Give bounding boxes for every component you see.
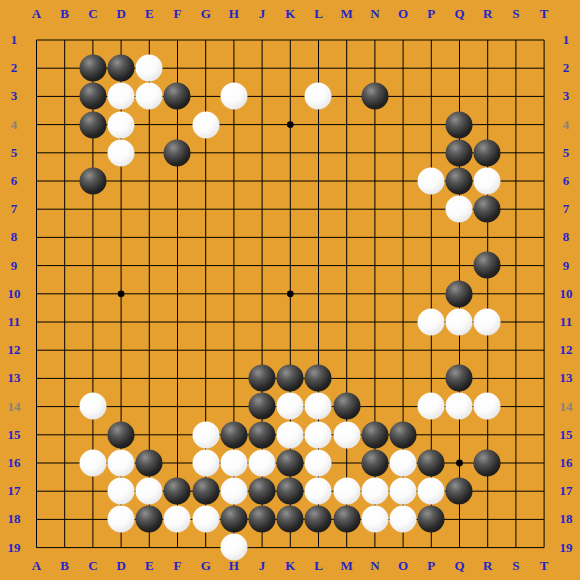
intersection-T3[interactable]	[530, 82, 558, 110]
intersection-D9[interactable]	[107, 251, 135, 279]
intersection-N16[interactable]	[361, 449, 389, 477]
intersection-J9[interactable]	[248, 251, 276, 279]
intersection-Q17[interactable]	[445, 477, 473, 505]
intersection-Q16[interactable]	[445, 449, 473, 477]
intersection-F5[interactable]	[163, 139, 191, 167]
intersection-F10[interactable]	[163, 280, 191, 308]
intersection-K9[interactable]	[276, 251, 304, 279]
intersection-P2[interactable]	[417, 54, 445, 82]
intersection-L17[interactable]	[304, 477, 332, 505]
intersection-E3[interactable]	[135, 82, 163, 110]
intersection-P13[interactable]	[417, 364, 445, 392]
intersection-L4[interactable]	[304, 110, 332, 138]
intersection-K7[interactable]	[276, 195, 304, 223]
intersection-N14[interactable]	[361, 392, 389, 420]
intersection-H2[interactable]	[220, 54, 248, 82]
intersection-A9[interactable]	[22, 251, 50, 279]
intersection-M13[interactable]	[332, 364, 360, 392]
intersection-O16[interactable]	[389, 449, 417, 477]
intersection-F1[interactable]	[163, 26, 191, 54]
intersection-K16[interactable]	[276, 449, 304, 477]
intersection-E1[interactable]	[135, 26, 163, 54]
intersection-M2[interactable]	[332, 54, 360, 82]
intersection-S5[interactable]	[502, 139, 530, 167]
intersection-F7[interactable]	[163, 195, 191, 223]
intersection-K11[interactable]	[276, 308, 304, 336]
intersection-O5[interactable]	[389, 139, 417, 167]
intersection-N1[interactable]	[361, 26, 389, 54]
intersection-K18[interactable]	[276, 505, 304, 533]
intersection-F2[interactable]	[163, 54, 191, 82]
intersection-P1[interactable]	[417, 26, 445, 54]
intersection-G16[interactable]	[192, 449, 220, 477]
intersection-Q15[interactable]	[445, 421, 473, 449]
intersection-R16[interactable]	[473, 449, 501, 477]
intersection-E8[interactable]	[135, 223, 163, 251]
intersection-J5[interactable]	[248, 139, 276, 167]
intersection-K15[interactable]	[276, 421, 304, 449]
intersection-O7[interactable]	[389, 195, 417, 223]
intersection-E4[interactable]	[135, 110, 163, 138]
intersection-L7[interactable]	[304, 195, 332, 223]
intersection-T16[interactable]	[530, 449, 558, 477]
intersection-S13[interactable]	[502, 364, 530, 392]
intersection-O18[interactable]	[389, 505, 417, 533]
intersection-E9[interactable]	[135, 251, 163, 279]
intersection-O13[interactable]	[389, 364, 417, 392]
intersection-G15[interactable]	[192, 421, 220, 449]
intersection-K2[interactable]	[276, 54, 304, 82]
intersection-B4[interactable]	[51, 110, 79, 138]
intersection-R2[interactable]	[473, 54, 501, 82]
intersection-J17[interactable]	[248, 477, 276, 505]
intersection-P9[interactable]	[417, 251, 445, 279]
intersection-L1[interactable]	[304, 26, 332, 54]
intersection-J11[interactable]	[248, 308, 276, 336]
intersection-R12[interactable]	[473, 336, 501, 364]
intersection-J16[interactable]	[248, 449, 276, 477]
intersection-F6[interactable]	[163, 167, 191, 195]
intersection-T15[interactable]	[530, 421, 558, 449]
intersection-O1[interactable]	[389, 26, 417, 54]
intersection-B8[interactable]	[51, 223, 79, 251]
intersection-O14[interactable]	[389, 392, 417, 420]
intersection-T6[interactable]	[530, 167, 558, 195]
intersection-O4[interactable]	[389, 110, 417, 138]
intersection-B15[interactable]	[51, 421, 79, 449]
intersection-K12[interactable]	[276, 336, 304, 364]
intersection-L13[interactable]	[304, 364, 332, 392]
intersection-T7[interactable]	[530, 195, 558, 223]
intersection-H14[interactable]	[220, 392, 248, 420]
intersection-K3[interactable]	[276, 82, 304, 110]
intersection-J2[interactable]	[248, 54, 276, 82]
intersection-T5[interactable]	[530, 139, 558, 167]
intersection-M11[interactable]	[332, 308, 360, 336]
intersection-Q4[interactable]	[445, 110, 473, 138]
intersection-T8[interactable]	[530, 223, 558, 251]
intersection-S14[interactable]	[502, 392, 530, 420]
intersection-L14[interactable]	[304, 392, 332, 420]
intersection-P17[interactable]	[417, 477, 445, 505]
intersection-F18[interactable]	[163, 505, 191, 533]
intersection-S3[interactable]	[502, 82, 530, 110]
intersection-E5[interactable]	[135, 139, 163, 167]
intersection-N9[interactable]	[361, 251, 389, 279]
intersection-J13[interactable]	[248, 364, 276, 392]
intersection-R5[interactable]	[473, 139, 501, 167]
intersection-E16[interactable]	[135, 449, 163, 477]
intersection-T11[interactable]	[530, 308, 558, 336]
intersection-Q9[interactable]	[445, 251, 473, 279]
intersection-K10[interactable]	[276, 280, 304, 308]
intersection-T12[interactable]	[530, 336, 558, 364]
intersection-D8[interactable]	[107, 223, 135, 251]
intersection-D5[interactable]	[107, 139, 135, 167]
intersection-A17[interactable]	[22, 477, 50, 505]
intersection-A13[interactable]	[22, 364, 50, 392]
intersection-F14[interactable]	[163, 392, 191, 420]
intersection-S17[interactable]	[502, 477, 530, 505]
intersection-C2[interactable]	[79, 54, 107, 82]
intersection-D14[interactable]	[107, 392, 135, 420]
intersection-Q11[interactable]	[445, 308, 473, 336]
intersection-R3[interactable]	[473, 82, 501, 110]
intersection-R11[interactable]	[473, 308, 501, 336]
intersection-N13[interactable]	[361, 364, 389, 392]
intersection-L9[interactable]	[304, 251, 332, 279]
intersection-P4[interactable]	[417, 110, 445, 138]
intersection-M18[interactable]	[332, 505, 360, 533]
intersection-N2[interactable]	[361, 54, 389, 82]
intersection-J14[interactable]	[248, 392, 276, 420]
intersection-E2[interactable]	[135, 54, 163, 82]
intersection-P11[interactable]	[417, 308, 445, 336]
intersection-O12[interactable]	[389, 336, 417, 364]
intersection-E6[interactable]	[135, 167, 163, 195]
intersection-H10[interactable]	[220, 280, 248, 308]
intersection-Q13[interactable]	[445, 364, 473, 392]
intersection-P18[interactable]	[417, 505, 445, 533]
intersection-J10[interactable]	[248, 280, 276, 308]
intersection-L18[interactable]	[304, 505, 332, 533]
intersection-S6[interactable]	[502, 167, 530, 195]
intersection-C1[interactable]	[79, 26, 107, 54]
intersection-P6[interactable]	[417, 167, 445, 195]
intersection-B12[interactable]	[51, 336, 79, 364]
intersection-O17[interactable]	[389, 477, 417, 505]
intersection-K6[interactable]	[276, 167, 304, 195]
intersection-C13[interactable]	[79, 364, 107, 392]
intersection-E17[interactable]	[135, 477, 163, 505]
intersection-C9[interactable]	[79, 251, 107, 279]
intersection-D16[interactable]	[107, 449, 135, 477]
intersection-S2[interactable]	[502, 54, 530, 82]
intersection-P15[interactable]	[417, 421, 445, 449]
intersection-P5[interactable]	[417, 139, 445, 167]
intersection-D17[interactable]	[107, 477, 135, 505]
intersection-B17[interactable]	[51, 477, 79, 505]
intersection-F15[interactable]	[163, 421, 191, 449]
intersection-L5[interactable]	[304, 139, 332, 167]
intersection-N7[interactable]	[361, 195, 389, 223]
intersection-H17[interactable]	[220, 477, 248, 505]
intersection-R14[interactable]	[473, 392, 501, 420]
intersection-H13[interactable]	[220, 364, 248, 392]
intersection-J18[interactable]	[248, 505, 276, 533]
intersection-Q3[interactable]	[445, 82, 473, 110]
intersection-H7[interactable]	[220, 195, 248, 223]
intersection-O9[interactable]	[389, 251, 417, 279]
intersection-O3[interactable]	[389, 82, 417, 110]
intersection-K13[interactable]	[276, 364, 304, 392]
intersection-A18[interactable]	[22, 505, 50, 533]
intersection-K5[interactable]	[276, 139, 304, 167]
intersection-N10[interactable]	[361, 280, 389, 308]
intersection-H16[interactable]	[220, 449, 248, 477]
intersection-C18[interactable]	[79, 505, 107, 533]
intersection-D3[interactable]	[107, 82, 135, 110]
intersection-H11[interactable]	[220, 308, 248, 336]
intersection-C17[interactable]	[79, 477, 107, 505]
intersection-O2[interactable]	[389, 54, 417, 82]
intersection-P7[interactable]	[417, 195, 445, 223]
intersection-H4[interactable]	[220, 110, 248, 138]
intersection-P12[interactable]	[417, 336, 445, 364]
intersection-F11[interactable]	[163, 308, 191, 336]
intersection-L6[interactable]	[304, 167, 332, 195]
intersection-R8[interactable]	[473, 223, 501, 251]
intersection-G17[interactable]	[192, 477, 220, 505]
intersection-B9[interactable]	[51, 251, 79, 279]
intersection-Q1[interactable]	[445, 26, 473, 54]
intersection-D12[interactable]	[107, 336, 135, 364]
intersection-D11[interactable]	[107, 308, 135, 336]
intersection-B3[interactable]	[51, 82, 79, 110]
intersection-A1[interactable]	[22, 26, 50, 54]
intersection-B6[interactable]	[51, 167, 79, 195]
intersection-B18[interactable]	[51, 505, 79, 533]
intersection-S10[interactable]	[502, 280, 530, 308]
intersection-M5[interactable]	[332, 139, 360, 167]
intersection-E13[interactable]	[135, 364, 163, 392]
intersection-O8[interactable]	[389, 223, 417, 251]
intersection-T2[interactable]	[530, 54, 558, 82]
intersection-N11[interactable]	[361, 308, 389, 336]
intersection-P16[interactable]	[417, 449, 445, 477]
intersection-H15[interactable]	[220, 421, 248, 449]
intersection-R10[interactable]	[473, 280, 501, 308]
intersection-T17[interactable]	[530, 477, 558, 505]
intersection-R18[interactable]	[473, 505, 501, 533]
intersection-L8[interactable]	[304, 223, 332, 251]
intersection-F16[interactable]	[163, 449, 191, 477]
intersection-B16[interactable]	[51, 449, 79, 477]
intersection-M15[interactable]	[332, 421, 360, 449]
intersection-M8[interactable]	[332, 223, 360, 251]
intersection-C12[interactable]	[79, 336, 107, 364]
intersection-B7[interactable]	[51, 195, 79, 223]
intersection-B14[interactable]	[51, 392, 79, 420]
intersection-G10[interactable]	[192, 280, 220, 308]
intersection-C14[interactable]	[79, 392, 107, 420]
intersection-L10[interactable]	[304, 280, 332, 308]
intersection-D13[interactable]	[107, 364, 135, 392]
intersection-A11[interactable]	[22, 308, 50, 336]
intersection-G14[interactable]	[192, 392, 220, 420]
intersection-D10[interactable]	[107, 280, 135, 308]
intersection-O11[interactable]	[389, 308, 417, 336]
intersection-T18[interactable]	[530, 505, 558, 533]
intersection-C7[interactable]	[79, 195, 107, 223]
intersection-S9[interactable]	[502, 251, 530, 279]
intersection-Q18[interactable]	[445, 505, 473, 533]
intersection-Q6[interactable]	[445, 167, 473, 195]
intersection-G4[interactable]	[192, 110, 220, 138]
intersection-K17[interactable]	[276, 477, 304, 505]
intersection-S16[interactable]	[502, 449, 530, 477]
intersection-T9[interactable]	[530, 251, 558, 279]
intersection-B13[interactable]	[51, 364, 79, 392]
intersection-E7[interactable]	[135, 195, 163, 223]
intersection-H8[interactable]	[220, 223, 248, 251]
intersection-C15[interactable]	[79, 421, 107, 449]
intersection-B1[interactable]	[51, 26, 79, 54]
intersection-L3[interactable]	[304, 82, 332, 110]
intersection-R4[interactable]	[473, 110, 501, 138]
intersection-G3[interactable]	[192, 82, 220, 110]
intersection-H3[interactable]	[220, 82, 248, 110]
intersection-D4[interactable]	[107, 110, 135, 138]
intersection-C4[interactable]	[79, 110, 107, 138]
intersection-Q7[interactable]	[445, 195, 473, 223]
intersection-R13[interactable]	[473, 364, 501, 392]
intersection-Q2[interactable]	[445, 54, 473, 82]
intersection-A14[interactable]	[22, 392, 50, 420]
intersection-Q5[interactable]	[445, 139, 473, 167]
intersection-T1[interactable]	[530, 26, 558, 54]
intersection-G8[interactable]	[192, 223, 220, 251]
intersection-G13[interactable]	[192, 364, 220, 392]
intersection-A10[interactable]	[22, 280, 50, 308]
intersection-J15[interactable]	[248, 421, 276, 449]
intersection-C8[interactable]	[79, 223, 107, 251]
intersection-H6[interactable]	[220, 167, 248, 195]
intersection-G2[interactable]	[192, 54, 220, 82]
intersection-A2[interactable]	[22, 54, 50, 82]
intersection-M9[interactable]	[332, 251, 360, 279]
intersection-A8[interactable]	[22, 223, 50, 251]
intersection-O15[interactable]	[389, 421, 417, 449]
intersection-J4[interactable]	[248, 110, 276, 138]
intersection-F13[interactable]	[163, 364, 191, 392]
intersection-A12[interactable]	[22, 336, 50, 364]
intersection-Q14[interactable]	[445, 392, 473, 420]
intersection-G1[interactable]	[192, 26, 220, 54]
intersection-K8[interactable]	[276, 223, 304, 251]
intersection-P3[interactable]	[417, 82, 445, 110]
intersection-C10[interactable]	[79, 280, 107, 308]
intersection-M6[interactable]	[332, 167, 360, 195]
intersection-S4[interactable]	[502, 110, 530, 138]
intersection-T10[interactable]	[530, 280, 558, 308]
intersection-M1[interactable]	[332, 26, 360, 54]
intersection-B10[interactable]	[51, 280, 79, 308]
intersection-E11[interactable]	[135, 308, 163, 336]
intersection-N17[interactable]	[361, 477, 389, 505]
intersection-A15[interactable]	[22, 421, 50, 449]
intersection-A6[interactable]	[22, 167, 50, 195]
intersection-N12[interactable]	[361, 336, 389, 364]
intersection-S1[interactable]	[502, 26, 530, 54]
intersection-N8[interactable]	[361, 223, 389, 251]
intersection-A16[interactable]	[22, 449, 50, 477]
intersection-H5[interactable]	[220, 139, 248, 167]
intersection-D18[interactable]	[107, 505, 135, 533]
intersection-P8[interactable]	[417, 223, 445, 251]
intersection-E14[interactable]	[135, 392, 163, 420]
intersection-L16[interactable]	[304, 449, 332, 477]
intersection-R15[interactable]	[473, 421, 501, 449]
intersection-B11[interactable]	[51, 308, 79, 336]
intersection-L11[interactable]	[304, 308, 332, 336]
intersection-L12[interactable]	[304, 336, 332, 364]
intersection-G9[interactable]	[192, 251, 220, 279]
intersection-A7[interactable]	[22, 195, 50, 223]
intersection-E15[interactable]	[135, 421, 163, 449]
intersection-M4[interactable]	[332, 110, 360, 138]
intersection-T13[interactable]	[530, 364, 558, 392]
intersection-R6[interactable]	[473, 167, 501, 195]
intersection-E12[interactable]	[135, 336, 163, 364]
intersection-J6[interactable]	[248, 167, 276, 195]
intersection-K1[interactable]	[276, 26, 304, 54]
intersection-D2[interactable]	[107, 54, 135, 82]
intersection-F8[interactable]	[163, 223, 191, 251]
intersection-E18[interactable]	[135, 505, 163, 533]
intersection-G6[interactable]	[192, 167, 220, 195]
intersection-M16[interactable]	[332, 449, 360, 477]
intersection-H18[interactable]	[220, 505, 248, 533]
intersection-S7[interactable]	[502, 195, 530, 223]
intersection-Q8[interactable]	[445, 223, 473, 251]
intersection-J3[interactable]	[248, 82, 276, 110]
intersection-M7[interactable]	[332, 195, 360, 223]
intersection-R1[interactable]	[473, 26, 501, 54]
intersection-S8[interactable]	[502, 223, 530, 251]
intersection-C3[interactable]	[79, 82, 107, 110]
intersection-S18[interactable]	[502, 505, 530, 533]
intersection-B2[interactable]	[51, 54, 79, 82]
intersection-M3[interactable]	[332, 82, 360, 110]
intersection-N3[interactable]	[361, 82, 389, 110]
intersection-B5[interactable]	[51, 139, 79, 167]
intersection-G7[interactable]	[192, 195, 220, 223]
intersection-C16[interactable]	[79, 449, 107, 477]
intersection-R17[interactable]	[473, 477, 501, 505]
intersection-O10[interactable]	[389, 280, 417, 308]
intersection-M10[interactable]	[332, 280, 360, 308]
intersection-R7[interactable]	[473, 195, 501, 223]
intersection-H12[interactable]	[220, 336, 248, 364]
intersection-Q10[interactable]	[445, 280, 473, 308]
intersection-A4[interactable]	[22, 110, 50, 138]
intersection-D15[interactable]	[107, 421, 135, 449]
intersection-M12[interactable]	[332, 336, 360, 364]
intersection-O6[interactable]	[389, 167, 417, 195]
intersection-S11[interactable]	[502, 308, 530, 336]
intersection-N5[interactable]	[361, 139, 389, 167]
